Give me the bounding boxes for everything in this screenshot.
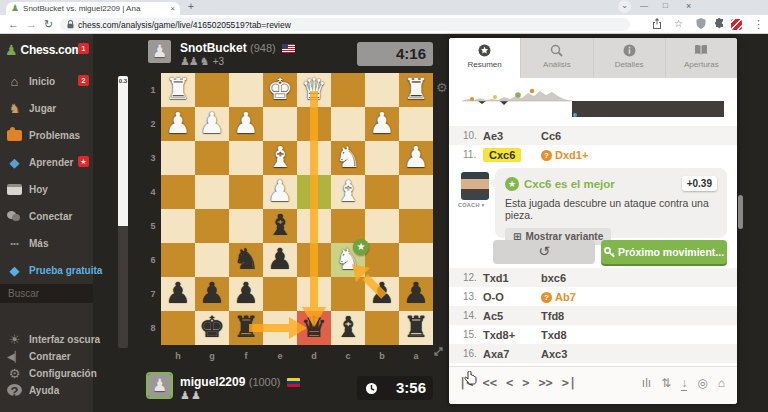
us-flag-icon xyxy=(282,44,295,53)
black-queen-d8[interactable]: ♛ xyxy=(297,310,331,344)
clock-icon xyxy=(365,381,378,398)
square-d4[interactable] xyxy=(297,175,331,209)
sidebar-item-hoy[interactable]: Hoy xyxy=(0,178,93,200)
profile-chevron-icon[interactable]: ⌄ xyxy=(618,0,631,13)
square-a3[interactable]: ♟ xyxy=(399,141,433,175)
square-b8[interactable] xyxy=(365,311,399,345)
square-h3[interactable] xyxy=(161,141,195,175)
file-label-e: e xyxy=(263,351,297,361)
move-number: 11. xyxy=(449,149,479,160)
square-f6[interactable]: ♞ xyxy=(229,243,263,277)
chesscom-logo[interactable]: ♟ Chess.com xyxy=(5,42,82,58)
square-b4[interactable] xyxy=(365,175,399,209)
square-c3[interactable]: ♞ xyxy=(331,141,365,175)
black-pawn-e6[interactable]: ♟ xyxy=(263,242,297,276)
square-a5[interactable] xyxy=(399,209,433,243)
rank-label-2: 2 xyxy=(148,119,158,129)
file-label-g: g xyxy=(195,351,229,361)
white-move[interactable]: O-O xyxy=(483,291,504,303)
move-row-13: 13.O-O?Ab7 xyxy=(449,287,737,306)
sidebar-item-label: Más xyxy=(29,238,48,249)
square-h2[interactable]: ♟ xyxy=(161,107,195,141)
square-f4[interactable] xyxy=(229,175,263,209)
graduation-icon: ◆ xyxy=(7,155,22,170)
board-settings-gear-icon[interactable]: ⚙ xyxy=(436,80,448,95)
black-bishop-e5[interactable]: ♝ xyxy=(263,208,297,242)
square-b1[interactable] xyxy=(365,73,399,107)
square-g8[interactable]: ♚ xyxy=(195,311,229,345)
mistake-dot xyxy=(470,97,474,101)
back-button[interactable]: ← xyxy=(8,18,19,30)
dots-icon: ••• xyxy=(7,236,22,251)
move-row-16: 16.Axa7Axc3 xyxy=(449,344,737,363)
notification-badge: ★ xyxy=(78,156,89,167)
white-move[interactable]: Txd8+ xyxy=(483,329,515,341)
last-move-button[interactable]: >| xyxy=(562,376,576,390)
white-king-e1[interactable]: ♚ xyxy=(263,72,297,106)
black-move[interactable]: Tfd8 xyxy=(541,310,564,322)
square-f3[interactable] xyxy=(229,141,263,175)
top-player-name[interactable]: SnotBucket (948) xyxy=(180,41,295,55)
square-d5[interactable] xyxy=(297,209,331,243)
move-row-11: 11.Cxc6?Dxd1+ xyxy=(449,145,737,164)
square-g2[interactable]: ♟ xyxy=(195,107,229,141)
tab-resumen[interactable]: Resumen xyxy=(449,38,520,78)
chesscom-favicon: ♟ xyxy=(11,4,19,13)
focus-icon[interactable]: ◎ xyxy=(697,376,707,391)
shield-extension-icon[interactable] xyxy=(696,18,706,31)
move-number: 15. xyxy=(449,329,479,340)
top-player-clock: 4:16 xyxy=(357,42,433,66)
forward-button[interactable]: > xyxy=(522,376,529,390)
sidebar-item-label: Conectar xyxy=(29,211,72,222)
black-pawn-a7[interactable]: ♟ xyxy=(399,276,433,310)
square-h1[interactable]: ♜ xyxy=(161,73,195,107)
rank-label-3: 3 xyxy=(148,153,158,163)
square-e4[interactable]: ♟ xyxy=(263,175,297,209)
mouse-cursor xyxy=(464,371,477,390)
move-number: 16. xyxy=(449,348,479,359)
square-a2[interactable] xyxy=(399,107,433,141)
venezuela-flag-icon xyxy=(287,378,300,387)
retry-button[interactable]: ↺ xyxy=(493,240,595,264)
white-queen-d1[interactable]: ♛ xyxy=(297,72,331,106)
square-f2[interactable]: ♟ xyxy=(229,107,263,141)
white-move[interactable]: Ae3 xyxy=(483,130,503,142)
file-label-a: a xyxy=(399,351,433,361)
top-player-avatar[interactable]: ♟ xyxy=(148,40,171,63)
top-captured-pieces: ♟♟ ♞+3 xyxy=(180,55,224,68)
window-close-button[interactable]: × xyxy=(686,1,691,11)
black-rook-f8[interactable]: ♜ xyxy=(229,310,263,344)
coach-bubble: ★ Cxc6 es el mejor +0.39 Esta jugada des… xyxy=(495,168,727,238)
sidebar-item-jugar[interactable]: ♞Jugar xyxy=(0,97,93,119)
black-pawn-b7[interactable]: ♟ xyxy=(365,276,399,310)
square-b5[interactable] xyxy=(365,209,399,243)
sidebar-item-label: Prueba gratuita xyxy=(29,265,102,276)
black-king-g8[interactable]: ♚ xyxy=(195,310,229,344)
bottom-player-rating: (1000) xyxy=(249,376,281,388)
coach-comment: Esta jugada descubre un ataque contra un… xyxy=(505,197,717,221)
calendar-icon xyxy=(7,184,22,195)
square-e1[interactable]: ♚ xyxy=(263,73,297,107)
download-icon[interactable]: ↓ xyxy=(681,376,687,391)
tab-aperturas[interactable]: Aperturas xyxy=(665,38,737,78)
evaluation-bar: 0.3 xyxy=(118,76,128,348)
square-c2[interactable] xyxy=(331,107,365,141)
tab-detalles[interactable]: Detalles xyxy=(593,38,665,78)
white-move[interactable]: Axa7 xyxy=(483,348,509,360)
white-move[interactable]: Cxc6 xyxy=(483,148,521,162)
square-d7[interactable] xyxy=(297,277,331,311)
sidebar-item-conectar[interactable]: Conectar xyxy=(0,205,93,227)
square-e2[interactable] xyxy=(263,107,297,141)
sidebar-item-label: Problemas xyxy=(29,130,80,141)
material-advantage: +3 xyxy=(213,56,224,67)
square-a7[interactable]: ♟ xyxy=(399,277,433,311)
browser-menu-icon[interactable]: ⋮ xyxy=(753,18,764,31)
eval-badge: +0.39 xyxy=(682,176,717,191)
star-circle-icon xyxy=(449,44,520,58)
mistake-icon: ? xyxy=(541,292,552,303)
chat-icon xyxy=(7,211,22,221)
move-number: 12. xyxy=(449,272,479,283)
sidebar-item-label: Inicio xyxy=(29,76,55,87)
coach-label[interactable]: COACH ▾ xyxy=(458,202,485,208)
bottom-player-avatar[interactable]: ♟ xyxy=(148,374,171,397)
white-pawn-a3[interactable]: ♟ xyxy=(399,140,433,174)
magnifier-icon xyxy=(521,44,592,58)
square-f8[interactable]: ♜ xyxy=(229,311,263,345)
tab-close-icon[interactable]: × xyxy=(170,4,175,13)
bottom-player-clock: 3:56 xyxy=(357,376,433,400)
bookmark-star-icon[interactable]: ☆ xyxy=(674,18,683,29)
black-pawn-g7[interactable]: ♟ xyxy=(195,276,229,310)
back-multi-button[interactable]: << xyxy=(482,376,496,390)
square-h4[interactable] xyxy=(161,175,195,209)
file-label-c: c xyxy=(331,351,365,361)
white-pawn-f2[interactable]: ♟ xyxy=(229,106,263,140)
share-icon[interactable] xyxy=(652,18,662,31)
sidebar-item-problemas[interactable]: Problemas xyxy=(0,124,93,146)
evaluation-value: 0.3 xyxy=(118,78,128,84)
square-b2[interactable]: ♟ xyxy=(365,107,399,141)
white-move[interactable]: Txd1 xyxy=(483,272,509,284)
key-icon xyxy=(604,247,615,258)
forward-multi-button[interactable]: >> xyxy=(538,376,552,390)
back-button[interactable]: < xyxy=(506,376,513,390)
black-move[interactable]: Dxd1+ xyxy=(555,149,588,161)
panel-scrollbar[interactable] xyxy=(737,38,744,404)
square-h6[interactable] xyxy=(161,243,195,277)
help-icon: ? xyxy=(7,384,22,396)
sidebar-item-label: Configuración xyxy=(29,368,97,379)
square-d1[interactable]: ♛ xyxy=(297,73,331,107)
best-move-star-icon: ★ xyxy=(505,177,519,191)
analysis-panel: Resumen Análisis Detalles Aperturas xyxy=(449,38,737,404)
tab-analisis[interactable]: Análisis xyxy=(520,38,592,78)
diamond-icon: ◆ xyxy=(7,263,22,278)
sidebar-item-label: Contraer xyxy=(29,351,71,362)
lock-icon xyxy=(67,20,74,29)
square-e7[interactable] xyxy=(263,277,297,311)
url-text: chess.com/analysis/game/live/41650205519… xyxy=(78,20,291,30)
file-label-b: b xyxy=(365,351,399,361)
square-c1[interactable] xyxy=(331,73,365,107)
logo-pawn-icon: ♟ xyxy=(5,42,18,58)
move-row-15: 15.Txd8+Txd8 xyxy=(449,325,737,344)
sidebar-item-inicio[interactable]: ⌂Inicio2 xyxy=(0,70,93,92)
reload-button[interactable]: ↻ xyxy=(44,18,53,31)
best-move-star-icon: ★ xyxy=(353,239,369,255)
square-b3[interactable] xyxy=(365,141,399,175)
file-label-d: d xyxy=(297,351,331,361)
knight-icon: ♞ xyxy=(7,101,22,116)
black-move[interactable]: Ab7 xyxy=(555,291,576,303)
square-c5[interactable] xyxy=(331,209,365,243)
move-row-14: 14.Ac5Tfd8 xyxy=(449,306,737,325)
move-number: 13. xyxy=(449,291,479,302)
eval-graph[interactable] xyxy=(462,84,724,118)
white-pawn-g2[interactable]: ♟ xyxy=(195,106,229,140)
hive-extension-icon[interactable] xyxy=(731,19,742,30)
white-bishop-c4[interactable]: ♝ xyxy=(331,174,365,208)
move-number: 10. xyxy=(449,130,479,141)
scrollbar-thumb[interactable] xyxy=(738,195,743,229)
square-e5[interactable]: ♝ xyxy=(263,209,297,243)
sidebar-item-label: Interfaz oscura xyxy=(29,334,100,345)
mistake-icon: ? xyxy=(541,150,552,161)
mistake-dot xyxy=(530,89,534,93)
home-icon: ⌂ xyxy=(7,74,22,89)
board-resize-handle[interactable] xyxy=(434,347,443,358)
panel-toolbar: |<<<<>>>>| ılı⇅↓◎⌂ xyxy=(449,366,737,404)
blunder-drop-dot xyxy=(573,113,577,117)
white-pawn-e4[interactable]: ♟ xyxy=(263,174,297,208)
coach-headline: Cxc6 es el mejor xyxy=(524,178,677,190)
black-move[interactable]: Cc6 xyxy=(541,130,561,142)
sidebar-item-ayuda[interactable]: ?Ayuda xyxy=(0,379,93,401)
square-b6[interactable] xyxy=(365,243,399,277)
square-g5[interactable] xyxy=(195,209,229,243)
coach-avatar[interactable] xyxy=(461,172,489,200)
square-g4[interactable] xyxy=(195,175,229,209)
black-move[interactable]: Txd8 xyxy=(541,329,567,341)
notification-badge: 2 xyxy=(78,75,89,86)
sidebar-item-label: Ayuda xyxy=(29,385,59,396)
square-h5[interactable] xyxy=(161,209,195,243)
tab-title: SnotBucket vs. miguel2209 | Ana xyxy=(23,4,166,13)
sidebar-item-label: Jugar xyxy=(29,103,56,114)
square-d6[interactable] xyxy=(297,243,331,277)
sidebar-item-aprender[interactable]: ◆Aprender★ xyxy=(0,151,93,173)
move-row-12: 12.Txd1bxc6 xyxy=(449,268,737,287)
top-player-rating: (948) xyxy=(250,42,276,54)
chesscom-page: ♟ Chess.com 1 ⌂Inicio2♞JugarProblemas◆Ap… xyxy=(0,34,768,412)
rank-label-8: 8 xyxy=(148,323,158,333)
white-knight-c3[interactable]: ♞ xyxy=(331,140,365,174)
rank-label-4: 4 xyxy=(148,187,158,197)
white-pawn-b2[interactable]: ♟ xyxy=(365,106,399,140)
square-h8[interactable] xyxy=(161,311,195,345)
flip-board-icon[interactable]: ⇅ xyxy=(661,376,671,391)
window-minimize-button[interactable]: — xyxy=(640,1,648,10)
browser-tab[interactable]: ♟ SnotBucket vs. miguel2209 | Ana × xyxy=(6,2,180,15)
square-d2[interactable] xyxy=(297,107,331,141)
square-b7[interactable]: ♟ xyxy=(365,277,399,311)
black-knight-f6[interactable]: ♞ xyxy=(229,242,263,276)
move-number: 14. xyxy=(449,310,479,321)
square-c8[interactable]: ♝ xyxy=(331,311,365,345)
panel-tabs: Resumen Análisis Detalles Aperturas xyxy=(449,38,737,78)
stats-icon[interactable]: ılı xyxy=(642,376,651,391)
black-rook-a8[interactable]: ♜ xyxy=(399,310,433,344)
square-c7[interactable] xyxy=(331,277,365,311)
rank-label-6: 6 xyxy=(148,255,158,265)
square-h7[interactable]: ♟ xyxy=(161,277,195,311)
black-pawn-f7[interactable]: ♟ xyxy=(229,276,263,310)
white-pawn-h2[interactable]: ♟ xyxy=(161,106,195,140)
evaluation-bar-white xyxy=(118,76,128,226)
move-row-10: 10.Ae3Cc6 xyxy=(449,126,737,145)
square-f1[interactable] xyxy=(229,73,263,107)
extensions-puzzle-icon[interactable] xyxy=(714,18,725,31)
chess-board[interactable]: ♜♚♛♜♟♟♟♟♝♞♟♟♝♝♞♟♞♟♟♟♟♟♚♜♛♝♜ xyxy=(161,73,433,345)
logo-text: Chess.com xyxy=(21,43,82,57)
square-g3[interactable] xyxy=(195,141,229,175)
new-tab-button[interactable]: + xyxy=(188,1,194,12)
search-input[interactable]: Buscar xyxy=(0,284,93,303)
inaccuracy-dot xyxy=(493,95,497,99)
best-dot xyxy=(515,92,521,98)
info-icon xyxy=(594,44,665,58)
square-a8[interactable]: ♜ xyxy=(399,311,433,345)
sidebar-item-label: Aprender xyxy=(29,157,73,168)
bottom-player-name[interactable]: miguel2209 (1000) xyxy=(180,375,300,389)
square-g1[interactable] xyxy=(195,73,229,107)
browser-tab-strip: ♟ SnotBucket vs. miguel2209 | Ana × + ⌄ … xyxy=(0,0,768,15)
square-e6[interactable]: ♟ xyxy=(263,243,297,277)
logo-notification-badge: 1 xyxy=(78,43,89,54)
sidebar: ♟ Chess.com 1 ⌂Inicio2♞JugarProblemas◆Ap… xyxy=(0,34,93,412)
black-move[interactable]: Axc3 xyxy=(541,348,567,360)
square-a4[interactable] xyxy=(399,175,433,209)
file-label-f: f xyxy=(229,351,263,361)
square-a1[interactable]: ♜ xyxy=(399,73,433,107)
square-f7[interactable]: ♟ xyxy=(229,277,263,311)
black-move[interactable]: bxc6 xyxy=(541,272,566,284)
top-player-bar: ♟ SnotBucket (948) ♟♟ ♞+3 4:16 xyxy=(148,40,448,70)
white-rook-h1[interactable]: ♜ xyxy=(161,72,195,106)
square-c4[interactable]: ♝ xyxy=(331,175,365,209)
white-move[interactable]: Ac5 xyxy=(483,310,503,322)
address-bar[interactable]: chess.com/analysis/game/live/41650205519… xyxy=(60,18,630,31)
library-icon[interactable]: ⌂ xyxy=(718,376,725,391)
black-bishop-c8[interactable]: ♝ xyxy=(331,310,365,344)
white-rook-a1[interactable]: ♜ xyxy=(399,72,433,106)
white-bishop-e3[interactable]: ♝ xyxy=(263,140,297,174)
sidebar-item-label: Hoy xyxy=(29,184,48,195)
window-maximize-button[interactable]: □ xyxy=(663,1,668,10)
square-g7[interactable]: ♟ xyxy=(195,277,229,311)
square-d3[interactable] xyxy=(297,141,331,175)
square-d8[interactable]: ♛ xyxy=(297,311,331,345)
rank-label-1: 1 xyxy=(148,85,158,95)
next-move-button[interactable]: Próximo movimient... xyxy=(601,240,727,264)
book-icon xyxy=(666,44,737,58)
square-e3[interactable]: ♝ xyxy=(263,141,297,175)
sidebar-item-prueba-gratuita[interactable]: ◆Prueba gratuita xyxy=(0,259,93,281)
rank-label-7: 7 xyxy=(148,289,158,299)
bottom-captured-pieces: ♟ ♟ xyxy=(180,389,200,402)
puzzle-icon xyxy=(7,130,22,141)
square-f5[interactable] xyxy=(229,209,263,243)
square-g6[interactable] xyxy=(195,243,229,277)
black-pawn-h7[interactable]: ♟ xyxy=(161,276,195,310)
square-a6[interactable] xyxy=(399,243,433,277)
file-label-h: h xyxy=(161,351,195,361)
forward-button[interactable]: → xyxy=(26,18,37,30)
retry-icon: ↺ xyxy=(538,243,550,259)
bottom-player-bar: ♟ miguel2209 (1000) ♟ ♟ 3:56 xyxy=(148,374,448,404)
rank-label-5: 5 xyxy=(148,221,158,231)
sidebar-item-mas[interactable]: •••Más xyxy=(0,232,93,254)
square-e8[interactable] xyxy=(263,311,297,345)
browser-toolbar: ← → ↻ chess.com/analysis/game/live/41650… xyxy=(0,15,768,34)
